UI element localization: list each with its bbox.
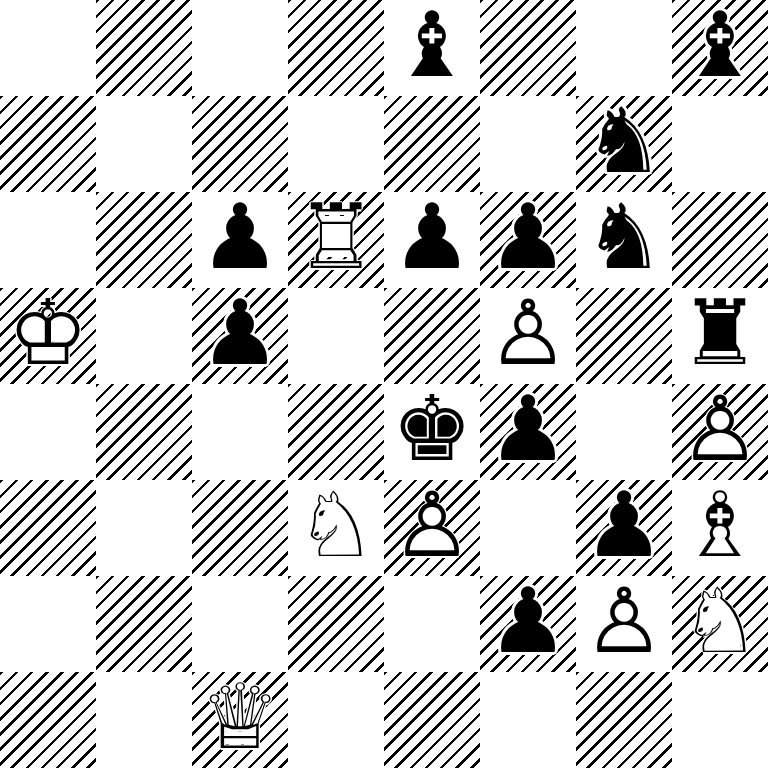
chess-board: ♝♝♞♟♜♖♟♟♞♚♔♟♟♙♜♚♟♟♙♞♘♟♙♟♝♗♟♟♙♞♘♛♕ (0, 0, 768, 768)
black-pawn-glyph: ♟ (488, 192, 569, 285)
white-pawn-fill: ♟ (392, 480, 473, 573)
black-pawn: ♟ (480, 384, 576, 480)
white-queen: ♛♕ (192, 672, 288, 768)
square-h7[interactable] (672, 96, 768, 192)
square-c7[interactable] (192, 96, 288, 192)
square-b8[interactable] (96, 0, 192, 96)
square-c8[interactable] (192, 0, 288, 96)
black-pawn-glyph: ♟ (392, 192, 473, 285)
square-d8[interactable] (288, 0, 384, 96)
black-pawn-glyph: ♟ (488, 576, 569, 669)
square-a6[interactable] (0, 192, 96, 288)
black-pawn: ♟ (480, 576, 576, 672)
square-f8[interactable] (480, 0, 576, 96)
square-g5[interactable] (576, 288, 672, 384)
square-h6[interactable] (672, 192, 768, 288)
white-queen-outline: ♕ (200, 672, 281, 765)
square-e4[interactable]: ♚ (384, 384, 480, 480)
white-bishop-fill: ♝ (680, 480, 761, 573)
black-knight-glyph: ♞ (584, 96, 665, 189)
white-pawn-fill: ♟ (680, 384, 761, 477)
square-a5[interactable]: ♚♔ (0, 288, 96, 384)
white-pawn: ♟♙ (480, 288, 576, 384)
square-c3[interactable] (192, 480, 288, 576)
square-f5[interactable]: ♟♙ (480, 288, 576, 384)
square-d7[interactable] (288, 96, 384, 192)
square-g8[interactable] (576, 0, 672, 96)
white-knight-outline: ♘ (680, 576, 761, 669)
black-knight: ♞ (576, 96, 672, 192)
square-e3[interactable]: ♟♙ (384, 480, 480, 576)
white-pawn-outline: ♙ (392, 480, 473, 573)
square-c1[interactable]: ♛♕ (192, 672, 288, 768)
white-pawn-fill: ♟ (488, 288, 569, 381)
square-d1[interactable] (288, 672, 384, 768)
black-pawn-glyph: ♟ (200, 288, 281, 381)
white-pawn-outline: ♙ (584, 576, 665, 669)
square-d6[interactable]: ♜♖ (288, 192, 384, 288)
square-e8[interactable]: ♝ (384, 0, 480, 96)
square-b6[interactable] (96, 192, 192, 288)
square-h4[interactable]: ♟♙ (672, 384, 768, 480)
square-e6[interactable]: ♟ (384, 192, 480, 288)
square-e7[interactable] (384, 96, 480, 192)
square-d3[interactable]: ♞♘ (288, 480, 384, 576)
square-f2[interactable]: ♟ (480, 576, 576, 672)
black-bishop-glyph: ♝ (680, 0, 761, 93)
white-rook-outline: ♖ (296, 192, 377, 285)
black-knight: ♞ (576, 192, 672, 288)
square-g4[interactable] (576, 384, 672, 480)
square-h3[interactable]: ♝♗ (672, 480, 768, 576)
square-a8[interactable] (0, 0, 96, 96)
square-g2[interactable]: ♟♙ (576, 576, 672, 672)
square-b4[interactable] (96, 384, 192, 480)
square-f7[interactable] (480, 96, 576, 192)
black-bishop: ♝ (384, 0, 480, 96)
square-b3[interactable] (96, 480, 192, 576)
square-g7[interactable]: ♞ (576, 96, 672, 192)
white-knight: ♞♘ (288, 480, 384, 576)
black-pawn: ♟ (384, 192, 480, 288)
square-h1[interactable] (672, 672, 768, 768)
square-g3[interactable]: ♟ (576, 480, 672, 576)
white-rook: ♜♖ (288, 192, 384, 288)
square-h8[interactable]: ♝ (672, 0, 768, 96)
square-b7[interactable] (96, 96, 192, 192)
black-pawn: ♟ (192, 192, 288, 288)
square-f3[interactable] (480, 480, 576, 576)
square-g6[interactable]: ♞ (576, 192, 672, 288)
black-rook-glyph: ♜ (680, 288, 761, 381)
white-pawn: ♟♙ (672, 384, 768, 480)
square-a3[interactable] (0, 480, 96, 576)
black-rook: ♜ (672, 288, 768, 384)
black-bishop: ♝ (672, 0, 768, 96)
white-pawn-outline: ♙ (680, 384, 761, 477)
white-queen-fill: ♛ (200, 672, 281, 765)
black-king-glyph: ♚ (392, 384, 473, 477)
square-h5[interactable]: ♜ (672, 288, 768, 384)
white-bishop: ♝♗ (672, 480, 768, 576)
black-knight-glyph: ♞ (584, 192, 665, 285)
square-d4[interactable] (288, 384, 384, 480)
white-rook-fill: ♜ (296, 192, 377, 285)
black-pawn-glyph: ♟ (584, 480, 665, 573)
square-c5[interactable]: ♟ (192, 288, 288, 384)
white-bishop-outline: ♗ (680, 480, 761, 573)
black-pawn-glyph: ♟ (488, 384, 569, 477)
square-a1[interactable] (0, 672, 96, 768)
white-pawn: ♟♙ (576, 576, 672, 672)
black-bishop-glyph: ♝ (392, 0, 473, 93)
square-c2[interactable] (192, 576, 288, 672)
white-pawn-fill: ♟ (584, 576, 665, 669)
square-f1[interactable] (480, 672, 576, 768)
square-a4[interactable] (0, 384, 96, 480)
square-b2[interactable] (96, 576, 192, 672)
white-pawn: ♟♙ (384, 480, 480, 576)
square-c4[interactable] (192, 384, 288, 480)
square-g1[interactable] (576, 672, 672, 768)
square-f4[interactable]: ♟ (480, 384, 576, 480)
white-knight-fill: ♞ (296, 480, 377, 573)
white-king: ♚♔ (0, 288, 96, 384)
black-pawn: ♟ (576, 480, 672, 576)
square-b5[interactable] (96, 288, 192, 384)
square-e2[interactable] (384, 576, 480, 672)
square-c6[interactable]: ♟ (192, 192, 288, 288)
white-pawn-outline: ♙ (488, 288, 569, 381)
square-a7[interactable] (0, 96, 96, 192)
black-king: ♚ (384, 384, 480, 480)
white-knight-fill: ♞ (680, 576, 761, 669)
white-knight-outline: ♘ (296, 480, 377, 573)
white-king-fill: ♚ (8, 288, 89, 381)
square-f6[interactable]: ♟ (480, 192, 576, 288)
square-e1[interactable] (384, 672, 480, 768)
square-e5[interactable] (384, 288, 480, 384)
square-h2[interactable]: ♞♘ (672, 576, 768, 672)
black-pawn: ♟ (192, 288, 288, 384)
black-pawn: ♟ (480, 192, 576, 288)
white-king-outline: ♔ (8, 288, 89, 381)
black-pawn-glyph: ♟ (200, 192, 281, 285)
square-a2[interactable] (0, 576, 96, 672)
square-d5[interactable] (288, 288, 384, 384)
square-d2[interactable] (288, 576, 384, 672)
square-b1[interactable] (96, 672, 192, 768)
white-knight: ♞♘ (672, 576, 768, 672)
